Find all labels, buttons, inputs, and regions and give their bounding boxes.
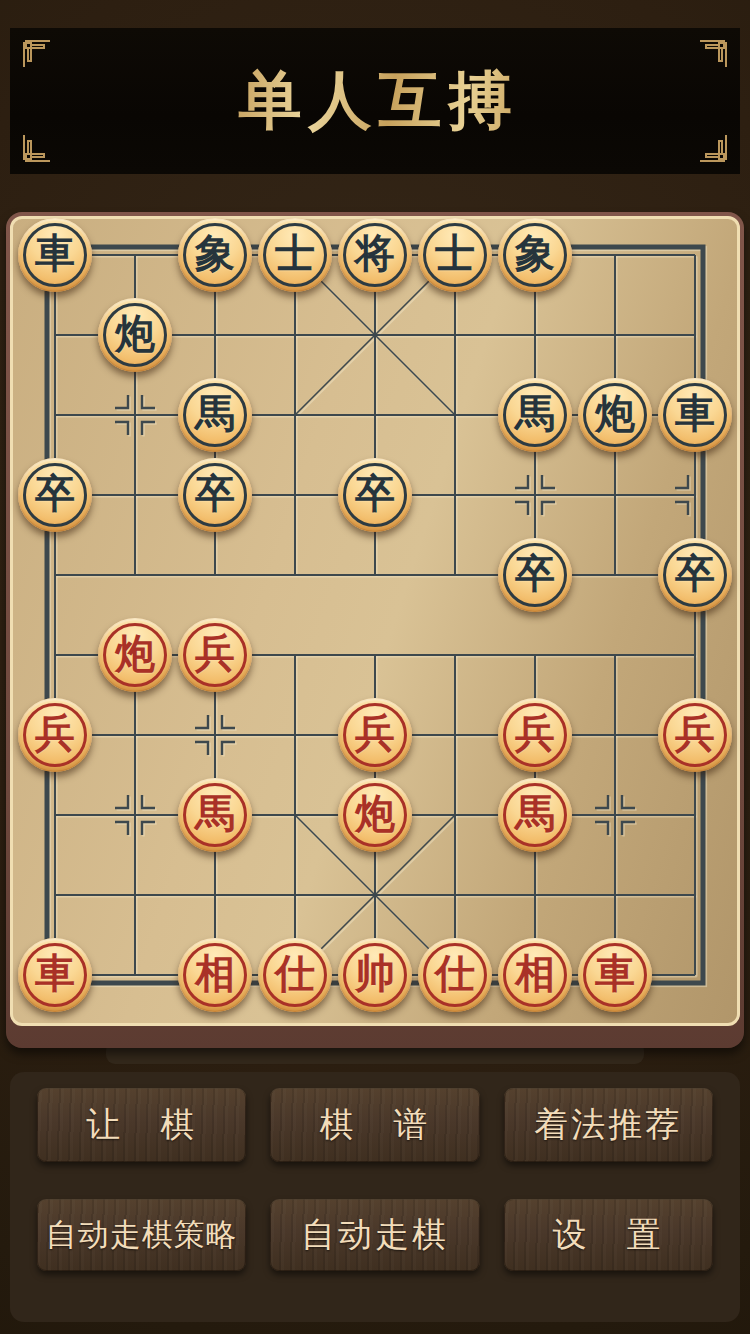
page-title: 单人互搏 [232,58,519,144]
piece-black-soldier[interactable]: 卒 [338,458,412,532]
piece-red-chariot[interactable]: 車 [578,938,652,1012]
piece-character: 卒 [515,554,555,594]
piece-red-cannon[interactable]: 炮 [98,618,172,692]
piece-character: 炮 [355,794,395,834]
piece-red-elephant[interactable]: 相 [498,938,572,1012]
fret-ornament-icon [700,37,730,67]
piece-black-horse[interactable]: 馬 [498,378,572,452]
piece-character: 炮 [115,314,155,354]
piece-character: 卒 [355,474,395,514]
piece-red-soldier[interactable]: 兵 [498,698,572,772]
piece-black-advisor[interactable]: 士 [418,218,492,292]
piece-character: 炮 [115,634,155,674]
move-suggestion-button[interactable]: 着法推荐 [504,1088,713,1162]
piece-character: 馬 [195,394,235,434]
piece-black-cannon[interactable]: 炮 [578,378,652,452]
piece-red-cannon[interactable]: 炮 [338,778,412,852]
handicap-button[interactable]: 让 棋 [37,1088,246,1162]
piece-character: 兵 [355,714,395,754]
settings-button[interactable]: 设 置 [504,1199,713,1271]
fret-ornament-icon [20,37,50,67]
fret-ornament-icon [20,135,50,165]
piece-character: 卒 [195,474,235,514]
piece-character: 炮 [595,394,635,434]
game-record-button[interactable]: 棋 谱 [270,1088,479,1162]
piece-red-soldier[interactable]: 兵 [658,698,732,772]
piece-character: 兵 [35,714,75,754]
piece-character: 象 [195,234,235,274]
button-panel: 让 棋 棋 谱 着法推荐 自动走棋策略 自动走棋 设 置 [10,1072,740,1322]
piece-character: 帅 [355,954,395,994]
piece-red-horse[interactable]: 馬 [178,778,252,852]
piece-red-general[interactable]: 帅 [338,938,412,1012]
piece-character: 士 [435,234,475,274]
piece-black-elephant[interactable]: 象 [178,218,252,292]
piece-character: 相 [515,954,555,994]
piece-black-soldier[interactable]: 卒 [498,538,572,612]
piece-red-chariot[interactable]: 車 [18,938,92,1012]
piece-red-horse[interactable]: 馬 [498,778,572,852]
fret-ornament-icon [700,135,730,165]
piece-character: 卒 [675,554,715,594]
piece-red-elephant[interactable]: 相 [178,938,252,1012]
piece-red-advisor[interactable]: 仕 [258,938,332,1012]
piece-black-advisor[interactable]: 士 [258,218,332,292]
title-banner: 单人互搏 [10,28,740,174]
piece-character: 相 [195,954,235,994]
piece-character: 車 [35,234,75,274]
auto-move-strategy-button[interactable]: 自动走棋策略 [37,1199,246,1271]
piece-character: 象 [515,234,555,274]
piece-character: 車 [595,954,635,994]
piece-red-soldier[interactable]: 兵 [18,698,92,772]
piece-character: 馬 [515,394,555,434]
piece-character: 車 [675,394,715,434]
piece-character: 士 [275,234,315,274]
piece-character: 将 [355,234,395,274]
piece-character: 卒 [35,474,75,514]
piece-black-general[interactable]: 将 [338,218,412,292]
auto-move-button[interactable]: 自动走棋 [270,1199,479,1271]
piece-black-chariot[interactable]: 車 [18,218,92,292]
piece-black-cannon[interactable]: 炮 [98,298,172,372]
piece-black-soldier[interactable]: 卒 [178,458,252,532]
piece-black-soldier[interactable]: 卒 [658,538,732,612]
piece-black-elephant[interactable]: 象 [498,218,572,292]
piece-character: 兵 [675,714,715,754]
piece-character: 馬 [515,794,555,834]
piece-character: 仕 [275,954,315,994]
piece-red-soldier[interactable]: 兵 [178,618,252,692]
app-screen: 单人互搏 車象士将士象炮馬馬炮車卒卒卒卒卒炮兵兵兵兵兵馬炮馬車相仕帅仕相車 让 … [0,0,750,1334]
piece-red-advisor[interactable]: 仕 [418,938,492,1012]
piece-character: 兵 [515,714,555,754]
piece-black-horse[interactable]: 馬 [178,378,252,452]
piece-red-soldier[interactable]: 兵 [338,698,412,772]
piece-character: 兵 [195,634,235,674]
piece-character: 仕 [435,954,475,994]
piece-character: 馬 [195,794,235,834]
piece-black-soldier[interactable]: 卒 [18,458,92,532]
piece-black-chariot[interactable]: 車 [658,378,732,452]
piece-character: 車 [35,954,75,994]
